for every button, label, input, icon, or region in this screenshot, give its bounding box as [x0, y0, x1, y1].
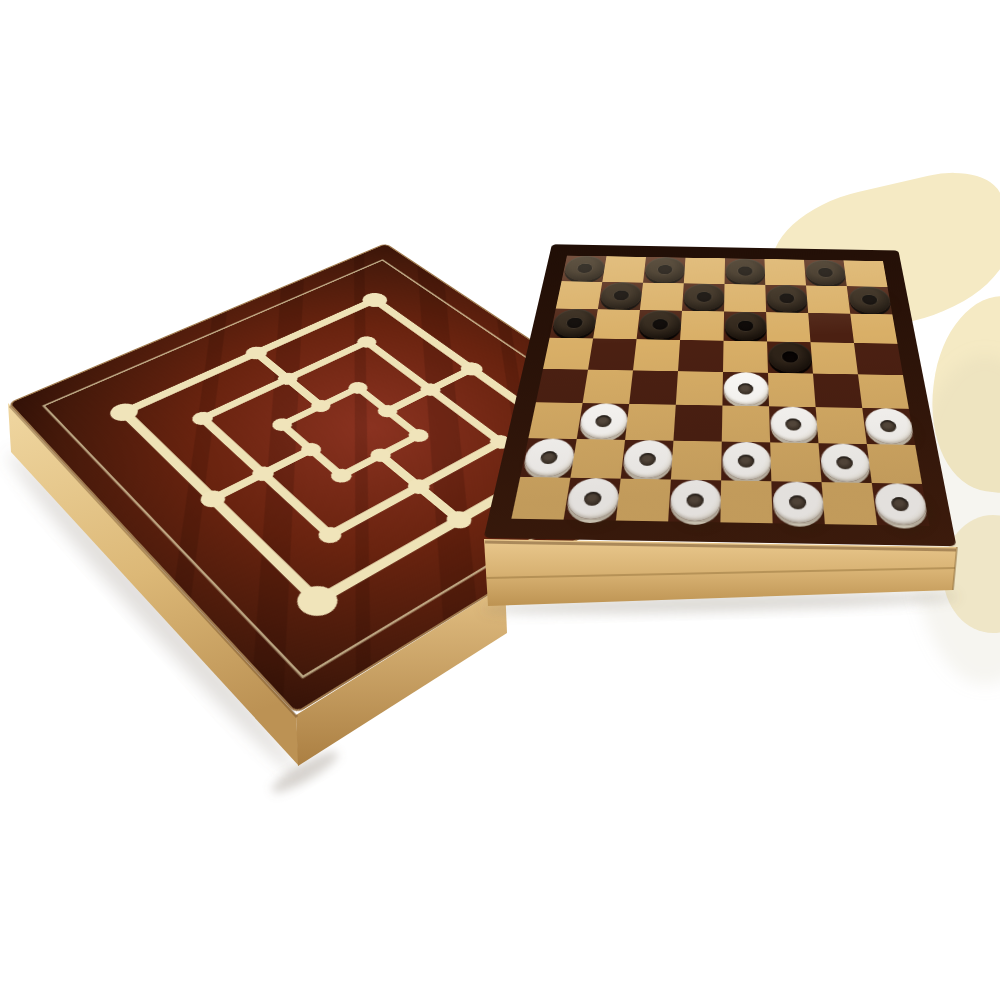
- checkers-square-r7c2[interactable]: [570, 439, 625, 479]
- checkers-square-r4c6[interactable]: [767, 341, 813, 373]
- checkers-square-r8c4[interactable]: [668, 480, 721, 523]
- checkers-square-r7c1[interactable]: [520, 438, 577, 478]
- checkers-square-r2c3[interactable]: [640, 283, 684, 311]
- black-checker-piece[interactable]: [637, 310, 681, 339]
- black-checker-piece[interactable]: [847, 286, 892, 314]
- checkers-square-r4c5[interactable]: [723, 341, 768, 373]
- white-checker-piece[interactable]: [521, 438, 576, 477]
- checkers-square-r8c1[interactable]: [511, 477, 570, 520]
- checkers-square-r6c2[interactable]: [577, 403, 629, 440]
- checkers-square-r7c7[interactable]: [818, 443, 871, 483]
- checkers-square-r7c5[interactable]: [721, 442, 771, 482]
- black-checker-piece[interactable]: [562, 255, 606, 281]
- white-checker-piece[interactable]: [770, 406, 818, 442]
- checkers-square-r2c2[interactable]: [598, 282, 643, 310]
- checkers-grid: [511, 256, 929, 526]
- morris-box-shadow-tip: [268, 745, 343, 799]
- white-checker-piece[interactable]: [863, 408, 915, 444]
- white-checker-piece[interactable]: [723, 372, 769, 406]
- checkers-square-r1c3[interactable]: [643, 257, 685, 283]
- checkers-square-r2c6[interactable]: [765, 285, 808, 313]
- checkers-square-r7c3[interactable]: [621, 440, 674, 480]
- black-checker-piece[interactable]: [804, 259, 846, 285]
- checkers-square-r5c3[interactable]: [629, 370, 678, 404]
- black-checker-piece[interactable]: [644, 257, 685, 283]
- checkers-square-r8c2[interactable]: [564, 478, 621, 521]
- checkers-square-r8c8[interactable]: [872, 483, 930, 526]
- white-checker-piece[interactable]: [819, 443, 871, 482]
- checkers-square-r8c3[interactable]: [616, 479, 671, 522]
- checkers-square-r4c4[interactable]: [678, 340, 724, 372]
- checkers-square-r8c6[interactable]: [771, 481, 825, 524]
- white-checker-piece[interactable]: [564, 477, 620, 519]
- checkers-square-r2c8[interactable]: [847, 286, 893, 314]
- checkers-square-r1c2[interactable]: [602, 256, 646, 282]
- checkers-square-r2c1[interactable]: [556, 281, 603, 309]
- checkers-board[interactable]: [484, 244, 957, 546]
- checkers-square-r4c3[interactable]: [633, 339, 680, 371]
- black-checker-piece[interactable]: [598, 282, 642, 309]
- checkers-square-r4c1[interactable]: [543, 338, 593, 370]
- checkers-square-r3c3[interactable]: [637, 310, 682, 340]
- checkers-square-r3c5[interactable]: [724, 311, 767, 341]
- checkers-box-shadow: [482, 588, 958, 618]
- checkers-square-r1c4[interactable]: [684, 258, 725, 284]
- checkers-square-r1c6[interactable]: [764, 259, 806, 285]
- checkers-square-r2c5[interactable]: [724, 284, 766, 312]
- white-checker-piece[interactable]: [872, 483, 928, 525]
- checkers-square-r5c1[interactable]: [536, 369, 588, 403]
- checkers-square-r8c7[interactable]: [822, 482, 878, 525]
- checkers-square-r3c7[interactable]: [808, 313, 854, 343]
- checkers-square-r2c4[interactable]: [682, 283, 725, 311]
- white-checker-piece[interactable]: [621, 439, 673, 478]
- checkers-square-r6c6[interactable]: [769, 406, 818, 443]
- black-checker-piece[interactable]: [766, 284, 808, 311]
- checkers-square-r1c8[interactable]: [843, 260, 887, 287]
- checkers-square-r4c7[interactable]: [811, 342, 858, 374]
- checkers-square-r1c1[interactable]: [562, 256, 607, 282]
- checkers-square-r6c3[interactable]: [625, 404, 676, 441]
- checkers-box-seam-line: [486, 568, 955, 578]
- black-checker-piece[interactable]: [550, 308, 597, 337]
- checkers-square-r6c8[interactable]: [862, 408, 915, 445]
- product-photo-scene: [0, 0, 1000, 1000]
- checkers-square-r5c8[interactable]: [858, 374, 909, 408]
- white-checker-piece[interactable]: [772, 481, 824, 523]
- checkers-square-r7c6[interactable]: [770, 442, 821, 482]
- checkers-square-r5c7[interactable]: [813, 374, 862, 408]
- checkers-square-r6c4[interactable]: [673, 405, 722, 442]
- checkers-square-r3c1[interactable]: [550, 309, 598, 339]
- checkers-square-r5c2[interactable]: [583, 370, 633, 404]
- white-checker-piece[interactable]: [669, 479, 721, 521]
- black-checker-piece[interactable]: [683, 283, 725, 310]
- checkers-square-r1c7[interactable]: [804, 260, 847, 286]
- checkers-square-r3c2[interactable]: [593, 309, 640, 339]
- checkers-square-r3c4[interactable]: [680, 311, 724, 341]
- checkers-square-r1c5[interactable]: [725, 258, 766, 284]
- checkers-square-r3c8[interactable]: [850, 314, 897, 344]
- black-checker-piece[interactable]: [724, 311, 766, 340]
- checkers-square-r2c7[interactable]: [806, 285, 850, 313]
- checkers-square-r5c5[interactable]: [722, 372, 769, 406]
- checkers-square-r7c8[interactable]: [867, 444, 922, 484]
- checkers-square-r5c6[interactable]: [768, 373, 816, 407]
- checkers-square-r8c5[interactable]: [720, 480, 772, 523]
- checkers-square-r7c4[interactable]: [671, 441, 722, 481]
- white-checker-piece[interactable]: [722, 441, 771, 480]
- checkers-square-r3c6[interactable]: [766, 312, 810, 342]
- checkers-square-r6c7[interactable]: [816, 407, 867, 444]
- checkers-square-r6c5[interactable]: [722, 406, 770, 443]
- black-checker-piece[interactable]: [725, 258, 765, 284]
- black-checker-piece[interactable]: [768, 341, 813, 372]
- checkers-square-r6c1[interactable]: [528, 402, 582, 439]
- checkers-square-r4c8[interactable]: [854, 343, 903, 375]
- checkers-square-r4c2[interactable]: [588, 338, 637, 370]
- checkers-square-r5c4[interactable]: [676, 371, 723, 405]
- white-checker-piece[interactable]: [577, 403, 628, 439]
